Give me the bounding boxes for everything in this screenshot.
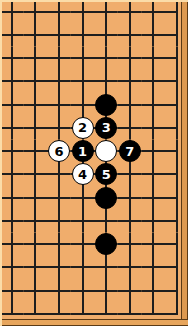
intersection-S9 bbox=[142, 116, 166, 139]
intersection-N6 bbox=[24, 186, 48, 209]
intersection-O4 bbox=[47, 233, 71, 256]
intersection-O7 bbox=[47, 163, 71, 186]
intersection-P9: 2 bbox=[71, 116, 95, 139]
intersection-P3 bbox=[71, 256, 95, 279]
intersection-M14 bbox=[0, 0, 24, 23]
intersection-M5 bbox=[0, 209, 24, 232]
intersection-R13 bbox=[118, 23, 142, 46]
intersection-O10 bbox=[47, 93, 71, 116]
intersection-P4 bbox=[71, 233, 95, 256]
black-stone-Q10 bbox=[95, 94, 117, 116]
intersection-M11 bbox=[0, 70, 24, 93]
intersection-Q3 bbox=[94, 256, 118, 279]
intersection-N14 bbox=[24, 0, 48, 23]
intersection-S10 bbox=[142, 93, 166, 116]
move-number-label: 6 bbox=[54, 145, 63, 158]
intersection-N9 bbox=[24, 116, 48, 139]
intersection-S2 bbox=[142, 279, 166, 302]
intersection-M4 bbox=[0, 233, 24, 256]
intersection-Q9: 3 bbox=[94, 116, 118, 139]
intersection-P6 bbox=[71, 186, 95, 209]
intersection-S12 bbox=[142, 47, 166, 70]
intersection-M9 bbox=[0, 116, 24, 139]
move-number-label: 1 bbox=[78, 145, 87, 158]
intersection-S11 bbox=[142, 70, 166, 93]
intersection-S14 bbox=[142, 0, 166, 23]
intersection-P2 bbox=[71, 279, 95, 302]
white-stone-P9: 2 bbox=[72, 117, 94, 139]
white-stone-P7: 4 bbox=[72, 163, 94, 185]
intersection-M13 bbox=[0, 23, 24, 46]
board-side-right bbox=[181, 0, 188, 326]
intersection-R2 bbox=[118, 279, 142, 302]
intersection-O8: 6 bbox=[47, 140, 71, 163]
move-number-label: 3 bbox=[102, 121, 111, 134]
black-stone-Q7: 5 bbox=[95, 163, 117, 185]
intersection-M10 bbox=[0, 93, 24, 116]
intersection-O9 bbox=[47, 116, 71, 139]
intersection-N10 bbox=[24, 93, 48, 116]
intersection-P12 bbox=[71, 47, 95, 70]
intersection-S7 bbox=[142, 163, 166, 186]
intersection-M8 bbox=[0, 140, 24, 163]
intersection-N11 bbox=[24, 70, 48, 93]
intersection-P8: 1 bbox=[71, 140, 95, 163]
intersection-N7 bbox=[24, 163, 48, 186]
intersection-N12 bbox=[24, 47, 48, 70]
intersection-R14 bbox=[118, 0, 142, 23]
intersection-R8: 7 bbox=[118, 140, 142, 163]
intersection-O2 bbox=[47, 279, 71, 302]
white-stone-Q8 bbox=[95, 140, 117, 162]
board-side-bottom bbox=[0, 319, 188, 326]
intersection-N4 bbox=[24, 233, 48, 256]
white-stone-O8: 6 bbox=[48, 140, 70, 162]
intersection-S3 bbox=[142, 256, 166, 279]
intersection-Q7: 5 bbox=[94, 163, 118, 186]
intersection-O12 bbox=[47, 47, 71, 70]
intersection-P10 bbox=[71, 93, 95, 116]
move-number-label: 5 bbox=[102, 168, 111, 181]
intersection-S6 bbox=[142, 186, 166, 209]
intersection-N3 bbox=[24, 256, 48, 279]
intersection-Q2 bbox=[94, 279, 118, 302]
intersection-N2 bbox=[24, 279, 48, 302]
intersection-O11 bbox=[47, 70, 71, 93]
intersection-M2 bbox=[0, 279, 24, 302]
frame-highlight-top bbox=[0, 0, 188, 2]
intersection-Q8 bbox=[94, 140, 118, 163]
intersection-N5 bbox=[24, 209, 48, 232]
intersection-S8 bbox=[142, 140, 166, 163]
intersection-P11 bbox=[71, 70, 95, 93]
intersection-R10 bbox=[118, 93, 142, 116]
intersection-M3 bbox=[0, 256, 24, 279]
intersection-O14 bbox=[47, 0, 71, 23]
intersection-R3 bbox=[118, 256, 142, 279]
black-stone-P8: 1 bbox=[72, 140, 94, 162]
frame-highlight-left bbox=[0, 0, 2, 326]
intersection-M6 bbox=[0, 186, 24, 209]
move-number-label: 2 bbox=[78, 121, 87, 134]
intersection-P14 bbox=[71, 0, 95, 23]
intersection-R11 bbox=[118, 70, 142, 93]
intersection-S13 bbox=[142, 23, 166, 46]
intersection-R9 bbox=[118, 116, 142, 139]
intersection-R6 bbox=[118, 186, 142, 209]
intersection-R12 bbox=[118, 47, 142, 70]
intersection-Q5 bbox=[94, 209, 118, 232]
intersection-P13 bbox=[71, 23, 95, 46]
intersection-O3 bbox=[47, 256, 71, 279]
intersection-Q11 bbox=[94, 70, 118, 93]
black-stone-Q6 bbox=[95, 187, 117, 209]
intersection-M12 bbox=[0, 47, 24, 70]
go-board-grid: 2361745 bbox=[0, 0, 188, 326]
black-stone-Q4 bbox=[95, 233, 117, 255]
intersection-N13 bbox=[24, 23, 48, 46]
intersection-S5 bbox=[142, 209, 166, 232]
intersection-Q13 bbox=[94, 23, 118, 46]
intersection-P5 bbox=[71, 209, 95, 232]
intersection-O6 bbox=[47, 186, 71, 209]
intersection-Q4 bbox=[94, 233, 118, 256]
move-number-label: 4 bbox=[78, 168, 87, 181]
intersection-Q10 bbox=[94, 93, 118, 116]
intersection-R7 bbox=[118, 163, 142, 186]
black-stone-R8: 7 bbox=[119, 140, 141, 162]
intersection-S4 bbox=[142, 233, 166, 256]
intersection-R5 bbox=[118, 209, 142, 232]
go-board-diagram: 2361745 bbox=[0, 0, 188, 326]
intersection-Q6 bbox=[94, 186, 118, 209]
intersection-N8 bbox=[24, 140, 48, 163]
intersection-O5 bbox=[47, 209, 71, 232]
intersection-M7 bbox=[0, 163, 24, 186]
intersection-O13 bbox=[47, 23, 71, 46]
intersection-Q14 bbox=[94, 0, 118, 23]
intersection-Q12 bbox=[94, 47, 118, 70]
intersection-R4 bbox=[118, 233, 142, 256]
move-number-label: 7 bbox=[125, 145, 134, 158]
black-stone-Q9: 3 bbox=[95, 117, 117, 139]
intersection-P7: 4 bbox=[71, 163, 95, 186]
